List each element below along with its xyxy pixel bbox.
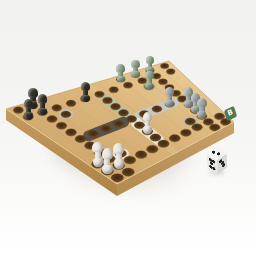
peg-green[interactable]: [131, 60, 140, 78]
board-hole: [109, 87, 118, 93]
board-hole: [166, 69, 175, 75]
board-hole: [150, 134, 161, 141]
peg-black[interactable]: [23, 99, 33, 120]
board-hole: [160, 63, 168, 69]
board-hole: [88, 130, 99, 137]
board-hole: [111, 103, 121, 110]
board-hole: [123, 82, 132, 88]
peg-part: [143, 126, 152, 134]
board-hole: [124, 156, 136, 164]
board-hole: [135, 151, 147, 159]
peg-part: [117, 76, 125, 82]
board-hole: [192, 124, 203, 131]
board-hole: [66, 129, 77, 136]
brand-logo-glyph: B: [227, 109, 234, 118]
board-hole: [126, 116, 136, 123]
peg-part: [165, 100, 174, 107]
board-hole: [56, 122, 67, 129]
board-hole: [169, 135, 180, 142]
peg-green[interactable]: [116, 64, 125, 82]
board-hole: [118, 109, 128, 116]
board-hole: [75, 135, 86, 142]
peg-white[interactable]: [102, 148, 114, 174]
board-hole: [180, 129, 191, 136]
ludo-board[interactable]: [0, 0, 256, 256]
peg-grey[interactable]: [197, 98, 207, 119]
board-hole: [101, 125, 112, 132]
peg-part: [38, 108, 47, 116]
peg-grey[interactable]: [165, 87, 175, 107]
board-hole: [52, 105, 62, 112]
peg-part: [102, 165, 112, 174]
peg-black[interactable]: [37, 94, 47, 115]
board-hole: [95, 91, 104, 97]
peg-part: [131, 71, 139, 77]
board-hole: [66, 100, 76, 106]
board-hole: [13, 107, 23, 114]
wooden-ludo-product-photo: B: [0, 0, 256, 256]
die[interactable]: [202, 145, 231, 174]
peg-part: [197, 111, 206, 119]
peg-part: [114, 159, 124, 168]
peg-black[interactable]: [80, 82, 90, 102]
peg-green[interactable]: [144, 71, 154, 90]
peg-white[interactable]: [113, 143, 124, 169]
board-hole: [185, 118, 195, 125]
peg-part: [24, 112, 33, 120]
peg-part: [145, 83, 153, 90]
board-hole: [152, 106, 162, 113]
board-hole: [47, 116, 57, 123]
board-hole: [159, 79, 168, 85]
board-hole: [158, 140, 169, 147]
board-hole: [103, 97, 113, 103]
board-hole: [114, 120, 125, 127]
board-hole: [61, 111, 71, 118]
peg-part: [81, 95, 90, 102]
board-hole: [147, 145, 158, 153]
board-hole: [122, 168, 134, 176]
peg-white[interactable]: [142, 112, 153, 135]
